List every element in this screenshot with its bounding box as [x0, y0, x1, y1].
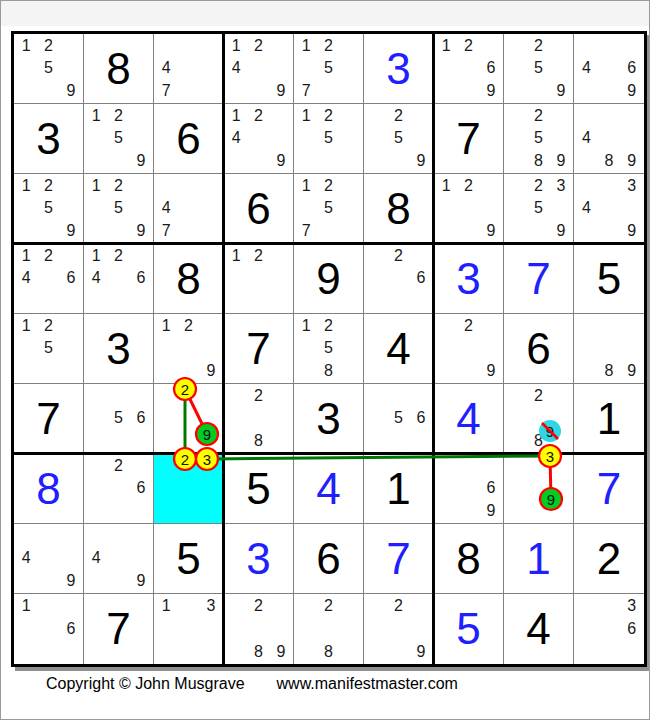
candidate-9: 9 [270, 640, 292, 663]
cell-r3c1[interactable]: 1259 [14, 174, 84, 244]
candidate-4: 4 [575, 57, 598, 79]
pencil-marks: 129 [435, 175, 502, 242]
candidate-4: 4 [155, 197, 177, 219]
cell-r6c3[interactable] [154, 384, 224, 454]
box-border-horizontal-2 [14, 452, 644, 455]
candidate-7: 7 [295, 220, 317, 242]
cell-r3c3[interactable]: 47 [154, 174, 224, 244]
candidate-2: 2 [247, 105, 269, 127]
candidate-1: 1 [155, 595, 177, 618]
solved-digit: 8 [36, 467, 60, 511]
cell-r7c7[interactable]: 69 [434, 454, 504, 524]
candidate-5: 5 [107, 407, 129, 429]
cell-r5c3[interactable]: 129 [154, 314, 224, 384]
cell-r9c6[interactable]: 29 [364, 594, 434, 664]
solved-digit: 4 [386, 327, 410, 371]
pencil-marks: 28 [225, 385, 292, 452]
solved-digit: 6 [526, 327, 550, 371]
candidate-2: 2 [37, 35, 59, 57]
candidate-4: 4 [155, 57, 177, 79]
cell-r8c1[interactable]: 49 [14, 524, 84, 594]
candidate-9: 9 [480, 360, 502, 382]
candidate-2: 2 [387, 245, 409, 267]
solved-digit: 4 [316, 467, 340, 511]
cell-r6c7[interactable]: 4 [434, 384, 504, 454]
solved-digit: 7 [597, 467, 621, 511]
pencil-marks: 56 [85, 385, 152, 452]
pencil-marks: 28 [505, 385, 572, 452]
candidate-6: 6 [410, 407, 432, 429]
cell-r1c6[interactable]: 3 [364, 34, 434, 104]
solved-digit: 7 [36, 397, 60, 441]
pencil-marks: 129 [155, 315, 222, 382]
candidate-8: 8 [317, 360, 339, 382]
candidate-2: 2 [107, 105, 129, 127]
pencil-marks: 36 [575, 595, 643, 663]
candidate-2: 2 [37, 175, 59, 197]
box-border-vertical-1 [222, 34, 225, 664]
pencil-marks: 69 [435, 455, 502, 522]
cell-r4c6[interactable]: 26 [364, 244, 434, 314]
candidate-1: 1 [15, 315, 37, 337]
candidate-2: 2 [37, 245, 59, 267]
candidate-1: 1 [225, 35, 247, 57]
cell-r8c7[interactable]: 8 [434, 524, 504, 594]
candidate-6: 6 [60, 618, 82, 641]
candidate-8: 8 [598, 150, 621, 172]
candidate-9: 9 [130, 150, 152, 172]
cell-r1c5[interactable]: 1257 [294, 34, 364, 104]
candidate-1: 1 [15, 245, 37, 267]
cell-r9c2[interactable]: 7 [84, 594, 154, 664]
solved-digit: 5 [176, 537, 200, 581]
solved-digit: 6 [176, 117, 200, 161]
candidate-7: 7 [155, 220, 177, 242]
solved-digit: 7 [386, 537, 410, 581]
candidate-8: 8 [317, 640, 339, 663]
candidate-9: 9 [550, 80, 572, 102]
candidate-3: 3 [550, 175, 572, 197]
candidate-4: 4 [225, 127, 247, 149]
candidate-2: 2 [107, 175, 129, 197]
candidate-2: 2 [37, 315, 59, 337]
cell-r8c3[interactable]: 5 [154, 524, 224, 594]
pencil-marks [505, 455, 572, 522]
candidate-2: 2 [387, 595, 409, 618]
cell-r3c7[interactable]: 129 [434, 174, 504, 244]
pencil-marks: 12 [225, 245, 292, 312]
candidate-1: 1 [15, 175, 37, 197]
pencil-marks: 28 [295, 595, 362, 663]
candidate-1: 1 [295, 105, 317, 127]
cell-r5c4[interactable]: 7 [224, 314, 294, 384]
cell-r8c2[interactable]: 49 [84, 524, 154, 594]
candidate-2: 2 [457, 315, 479, 337]
pencil-marks: 29 [365, 595, 432, 663]
solved-digit: 5 [456, 607, 480, 651]
pencil-marks: 1257 [295, 35, 362, 102]
pencil-marks: 1246 [85, 245, 152, 312]
candidate-2: 2 [527, 385, 549, 407]
cell-r2c6[interactable]: 259 [364, 104, 434, 174]
candidate-6: 6 [620, 57, 643, 79]
page: 1259847124912573126925946931259612491252… [0, 0, 650, 720]
candidate-2: 2 [317, 105, 339, 127]
solved-digit: 7 [106, 607, 130, 651]
cell-r6c1[interactable]: 7 [14, 384, 84, 454]
candidate-6: 6 [480, 57, 502, 79]
cell-r2c8[interactable]: 2589 [504, 104, 574, 174]
candidate-8: 8 [527, 430, 549, 452]
pencil-marks: 56 [365, 385, 432, 452]
cell-r9c3[interactable]: 13 [154, 594, 224, 664]
solved-digit: 3 [106, 327, 130, 371]
candidate-9: 9 [410, 150, 432, 172]
pencil-marks: 47 [155, 35, 222, 102]
cell-r9c5[interactable]: 28 [294, 594, 364, 664]
cell-r4c3[interactable]: 8 [154, 244, 224, 314]
solved-digit: 7 [456, 117, 480, 161]
box-border-vertical-2 [432, 34, 435, 664]
cell-r8c9[interactable]: 2 [574, 524, 644, 594]
cell-r9c7[interactable]: 5 [434, 594, 504, 664]
candidate-4: 4 [15, 547, 37, 569]
cell-r3c8[interactable]: 2359 [504, 174, 574, 244]
cell-r7c8[interactable] [504, 454, 574, 524]
candidate-5: 5 [317, 57, 339, 79]
candidate-9: 9 [60, 570, 82, 592]
candidate-1: 1 [295, 315, 317, 337]
cell-r6c8[interactable]: 28 [504, 384, 574, 454]
cell-r8c6[interactable]: 7 [364, 524, 434, 594]
candidate-3: 3 [200, 595, 222, 618]
pencil-marks: 2589 [505, 105, 572, 172]
candidate-5: 5 [317, 337, 339, 359]
solved-digit: 6 [316, 537, 340, 581]
candidate-2: 2 [247, 245, 269, 267]
pencil-marks: 1259 [85, 105, 152, 172]
candidate-5: 5 [527, 127, 549, 149]
cell-r5c8[interactable]: 6 [504, 314, 574, 384]
candidate-9: 9 [200, 360, 222, 382]
candidate-7: 7 [155, 80, 177, 102]
candidate-8: 8 [247, 640, 269, 663]
cell-r7c3[interactable] [154, 454, 224, 524]
candidate-6: 6 [620, 618, 643, 641]
solved-digit: 8 [176, 257, 200, 301]
candidate-5: 5 [317, 127, 339, 149]
pencil-marks [155, 385, 222, 452]
candidate-5: 5 [37, 337, 59, 359]
candidate-9: 9 [620, 150, 643, 172]
solved-digit: 3 [316, 397, 340, 441]
candidate-5: 5 [387, 407, 409, 429]
candidate-3: 3 [620, 175, 643, 197]
cell-r1c7[interactable]: 1269 [434, 34, 504, 104]
solved-digit: 4 [456, 397, 480, 441]
candidate-1: 1 [435, 175, 457, 197]
pencil-marks: 1246 [15, 245, 82, 312]
solved-digit: 4 [526, 607, 550, 651]
pencil-marks: 2359 [505, 175, 572, 242]
pencil-marks: 47 [155, 175, 222, 242]
pencil-marks: 89 [575, 315, 643, 382]
candidate-2: 2 [387, 105, 409, 127]
candidate-1: 1 [15, 35, 37, 57]
candidate-6: 6 [480, 477, 502, 499]
candidate-2: 2 [317, 35, 339, 57]
candidate-1: 1 [85, 175, 107, 197]
candidate-6: 6 [130, 477, 152, 499]
cell-r2c9[interactable]: 489 [574, 104, 644, 174]
candidate-1: 1 [435, 35, 457, 57]
copyright-text: Copyright © John Musgrave [46, 675, 245, 693]
candidate-6: 6 [130, 267, 152, 289]
candidate-9: 9 [620, 360, 643, 382]
candidate-5: 5 [107, 197, 129, 219]
candidate-5: 5 [387, 127, 409, 149]
cell-r3c6[interactable]: 8 [364, 174, 434, 244]
candidate-5: 5 [37, 197, 59, 219]
pencil-marks: 29 [435, 315, 502, 382]
website-text: www.manifestmaster.com [277, 675, 458, 693]
solved-digit: 3 [386, 47, 410, 91]
cell-r5c9[interactable]: 89 [574, 314, 644, 384]
pencil-marks: 1249 [225, 35, 292, 102]
pencil-marks: 49 [15, 525, 82, 592]
candidate-2: 2 [317, 595, 339, 618]
cell-r2c7[interactable]: 7 [434, 104, 504, 174]
cell-r4c5[interactable]: 9 [294, 244, 364, 314]
cell-r9c1[interactable]: 16 [14, 594, 84, 664]
cell-r1c4[interactable]: 1249 [224, 34, 294, 104]
solved-digit: 8 [386, 187, 410, 231]
candidate-1: 1 [15, 595, 37, 618]
candidate-9: 9 [620, 220, 643, 242]
candidate-5: 5 [37, 57, 59, 79]
candidate-2: 2 [107, 245, 129, 267]
candidate-2: 2 [457, 35, 479, 57]
cell-r2c4[interactable]: 1249 [224, 104, 294, 174]
candidate-9: 9 [480, 220, 502, 242]
cell-r9c9[interactable]: 36 [574, 594, 644, 664]
candidate-5: 5 [317, 197, 339, 219]
cell-r4c8[interactable]: 7 [504, 244, 574, 314]
candidate-9: 9 [480, 80, 502, 102]
cell-r7c6[interactable]: 1 [364, 454, 434, 524]
pencil-marks: 1259 [15, 35, 82, 102]
cell-r4c1[interactable]: 1246 [14, 244, 84, 314]
cell-r4c7[interactable]: 3 [434, 244, 504, 314]
solved-digit: 8 [106, 47, 130, 91]
candidate-4: 4 [85, 547, 107, 569]
candidate-2: 2 [317, 175, 339, 197]
cell-r7c1[interactable]: 8 [14, 454, 84, 524]
cell-r6c4[interactable]: 28 [224, 384, 294, 454]
candidate-4: 4 [15, 267, 37, 289]
cell-r4c9[interactable]: 5 [574, 244, 644, 314]
cell-r5c5[interactable]: 1258 [294, 314, 364, 384]
candidate-1: 1 [85, 105, 107, 127]
solved-digit: 2 [597, 537, 621, 581]
pencil-marks: 1269 [435, 35, 502, 102]
cell-r4c4[interactable]: 12 [224, 244, 294, 314]
solved-digit: 7 [526, 257, 550, 301]
candidate-8: 8 [247, 430, 269, 452]
cell-r9c8[interactable]: 4 [504, 594, 574, 664]
cell-r3c5[interactable]: 1257 [294, 174, 364, 244]
cell-r1c3[interactable]: 47 [154, 34, 224, 104]
pencil-marks: 26 [85, 455, 152, 522]
cell-r6c6[interactable]: 56 [364, 384, 434, 454]
cell-r4c2[interactable]: 1246 [84, 244, 154, 314]
candidate-9: 9 [620, 80, 643, 102]
solved-digit: 5 [246, 467, 270, 511]
top-band [1, 1, 649, 26]
solved-digit: 3 [456, 257, 480, 301]
candidate-4: 4 [85, 267, 107, 289]
candidate-7: 7 [295, 80, 317, 102]
cell-r2c2[interactable]: 1259 [84, 104, 154, 174]
cell-r3c2[interactable]: 1259 [84, 174, 154, 244]
candidate-6: 6 [410, 267, 432, 289]
solved-digit: 1 [526, 537, 550, 581]
box-border-horizontal-1 [14, 242, 644, 245]
footer: Copyright © John Musgrave www.manifestma… [46, 675, 458, 693]
cell-r1c8[interactable]: 259 [504, 34, 574, 104]
pencil-marks: 13 [155, 595, 222, 663]
pencil-marks: 489 [575, 105, 643, 172]
cell-r7c2[interactable]: 26 [84, 454, 154, 524]
solved-digit: 6 [246, 187, 270, 231]
cell-r3c4[interactable]: 6 [224, 174, 294, 244]
solved-digit: 3 [246, 537, 270, 581]
pencil-marks: 1257 [295, 175, 362, 242]
pencil-marks: 469 [575, 35, 643, 102]
pencil-marks: 125 [15, 315, 82, 382]
candidate-6: 6 [60, 267, 82, 289]
candidate-3: 3 [620, 595, 643, 618]
cell-r5c1[interactable]: 125 [14, 314, 84, 384]
pencil-marks: 16 [15, 595, 82, 663]
solved-digit: 1 [386, 467, 410, 511]
pencil-marks: 259 [505, 35, 572, 102]
candidate-9: 9 [270, 150, 292, 172]
candidate-4: 4 [225, 57, 247, 79]
pencil-marks: 289 [225, 595, 292, 663]
cell-r6c9[interactable]: 1 [574, 384, 644, 454]
cell-r2c5[interactable]: 125 [294, 104, 364, 174]
cell-r6c2[interactable]: 56 [84, 384, 154, 454]
cell-r5c6[interactable]: 4 [364, 314, 434, 384]
candidate-2: 2 [247, 35, 269, 57]
solved-digit: 3 [36, 117, 60, 161]
candidate-2: 2 [177, 315, 199, 337]
candidate-2: 2 [247, 595, 269, 618]
candidate-9: 9 [480, 500, 502, 522]
cell-r5c2[interactable]: 3 [84, 314, 154, 384]
pencil-marks: 259 [365, 105, 432, 172]
candidate-9: 9 [550, 220, 572, 242]
cell-r7c4[interactable]: 5 [224, 454, 294, 524]
candidate-2: 2 [247, 385, 269, 407]
cell-r8c4[interactable]: 3 [224, 524, 294, 594]
cell-r1c2[interactable]: 8 [84, 34, 154, 104]
cell-r8c5[interactable]: 6 [294, 524, 364, 594]
solved-digit: 1 [597, 397, 621, 441]
cell-r7c5[interactable]: 4 [294, 454, 364, 524]
pencil-marks [155, 455, 222, 522]
pencil-marks: 1249 [225, 105, 292, 172]
candidate-1: 1 [295, 175, 317, 197]
candidate-8: 8 [598, 360, 621, 382]
pencil-marks: 125 [295, 105, 362, 172]
pencil-marks: 49 [85, 525, 152, 592]
candidate-2: 2 [317, 315, 339, 337]
candidate-9: 9 [270, 80, 292, 102]
pencil-marks: 349 [575, 175, 643, 242]
solved-digit: 9 [316, 257, 340, 301]
candidate-9: 9 [60, 80, 82, 102]
candidate-1: 1 [155, 315, 177, 337]
candidate-5: 5 [107, 127, 129, 149]
candidate-9: 9 [60, 220, 82, 242]
pencil-marks: 26 [365, 245, 432, 312]
cell-r6c5[interactable]: 3 [294, 384, 364, 454]
cell-r9c4[interactable]: 289 [224, 594, 294, 664]
candidate-1: 1 [225, 245, 247, 267]
candidate-1: 1 [85, 245, 107, 267]
candidate-6: 6 [130, 407, 152, 429]
candidate-2: 2 [527, 175, 549, 197]
candidate-1: 1 [295, 35, 317, 57]
candidate-9: 9 [130, 220, 152, 242]
candidate-2: 2 [457, 175, 479, 197]
solved-digit: 8 [456, 537, 480, 581]
candidate-4: 4 [575, 197, 598, 219]
candidate-5: 5 [527, 57, 549, 79]
pencil-marks: 1259 [85, 175, 152, 242]
cell-r7c9[interactable]: 7 [574, 454, 644, 524]
solved-digit: 5 [597, 257, 621, 301]
candidate-2: 2 [527, 105, 549, 127]
cell-r3c9[interactable]: 349 [574, 174, 644, 244]
solved-digit: 7 [246, 327, 270, 371]
candidate-8: 8 [527, 150, 549, 172]
pencil-marks: 1258 [295, 315, 362, 382]
cell-r1c1[interactable]: 1259 [14, 34, 84, 104]
candidate-2: 2 [107, 455, 129, 477]
cell-r2c3[interactable]: 6 [154, 104, 224, 174]
candidate-4: 4 [575, 127, 598, 149]
cell-r1c9[interactable]: 469 [574, 34, 644, 104]
candidate-5: 5 [527, 197, 549, 219]
cell-r5c7[interactable]: 29 [434, 314, 504, 384]
candidate-9: 9 [550, 150, 572, 172]
candidate-9: 9 [130, 570, 152, 592]
candidate-1: 1 [225, 105, 247, 127]
candidate-2: 2 [527, 35, 549, 57]
pencil-marks: 1259 [15, 175, 82, 242]
cell-r2c1[interactable]: 3 [14, 104, 84, 174]
sudoku-board: 1259847124912573126925946931259612491252… [11, 31, 647, 667]
cell-r8c8[interactable]: 1 [504, 524, 574, 594]
candidate-9: 9 [410, 640, 432, 663]
